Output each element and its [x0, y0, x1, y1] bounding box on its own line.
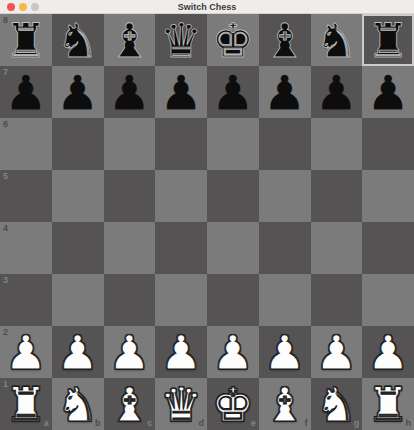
black-pawn[interactable]: ♟ — [5, 67, 47, 119]
square-g5[interactable] — [311, 170, 363, 222]
black-rook[interactable]: ♜ — [367, 15, 409, 67]
square-d8[interactable]: ♛ — [155, 14, 207, 66]
square-f4[interactable] — [259, 222, 311, 274]
square-h3[interactable] — [362, 274, 414, 326]
white-pawn[interactable]: ♟ — [5, 327, 47, 379]
square-e8[interactable]: ♚ — [207, 14, 259, 66]
white-pawn[interactable]: ♟ — [57, 327, 99, 379]
square-g1[interactable]: g♞ — [311, 378, 363, 430]
square-d2[interactable]: ♟ — [155, 326, 207, 378]
square-b5[interactable] — [52, 170, 104, 222]
white-pawn[interactable]: ♟ — [212, 327, 254, 379]
minimize-button[interactable] — [19, 3, 27, 11]
square-f3[interactable] — [259, 274, 311, 326]
square-c6[interactable] — [104, 118, 156, 170]
zoom-button[interactable] — [31, 3, 39, 11]
square-a3[interactable]: 3 — [0, 274, 52, 326]
square-g2[interactable]: ♟ — [311, 326, 363, 378]
black-knight[interactable]: ♞ — [315, 15, 357, 67]
square-c5[interactable] — [104, 170, 156, 222]
square-b6[interactable] — [52, 118, 104, 170]
square-a1[interactable]: 1a♜ — [0, 378, 52, 430]
black-pawn[interactable]: ♟ — [160, 67, 202, 119]
white-bishop[interactable]: ♝ — [108, 379, 150, 430]
square-b1[interactable]: b♞ — [52, 378, 104, 430]
white-bishop[interactable]: ♝ — [264, 379, 306, 430]
square-d4[interactable] — [155, 222, 207, 274]
square-c7[interactable]: ♟ — [104, 66, 156, 118]
title-bar: Switch Chess — [0, 0, 414, 14]
square-g8[interactable]: ♞ — [311, 14, 363, 66]
black-queen[interactable]: ♛ — [160, 15, 202, 67]
white-king[interactable]: ♚ — [212, 379, 254, 430]
square-e5[interactable] — [207, 170, 259, 222]
square-f6[interactable] — [259, 118, 311, 170]
black-rook[interactable]: ♜ — [5, 15, 47, 67]
square-d7[interactable]: ♟ — [155, 66, 207, 118]
square-f2[interactable]: ♟ — [259, 326, 311, 378]
black-pawn[interactable]: ♟ — [108, 67, 150, 119]
square-f1[interactable]: f♝ — [259, 378, 311, 430]
rank-label-6: 6 — [3, 120, 8, 129]
rank-label-3: 3 — [3, 276, 8, 285]
square-e2[interactable]: ♟ — [207, 326, 259, 378]
square-d3[interactable] — [155, 274, 207, 326]
black-pawn[interactable]: ♟ — [57, 67, 99, 119]
chess-board: 8♜♞♝♛♚♝♞♜7♟♟♟♟♟♟♟♟65432♟♟♟♟♟♟♟♟1a♜b♞c♝d♛… — [0, 14, 414, 430]
square-f5[interactable] — [259, 170, 311, 222]
square-e3[interactable] — [207, 274, 259, 326]
white-pawn[interactable]: ♟ — [160, 327, 202, 379]
square-e1[interactable]: e♚ — [207, 378, 259, 430]
square-h8[interactable]: ♜ — [362, 14, 414, 66]
square-a6[interactable]: 6 — [0, 118, 52, 170]
square-b8[interactable]: ♞ — [52, 14, 104, 66]
white-knight[interactable]: ♞ — [57, 379, 99, 430]
square-e7[interactable]: ♟ — [207, 66, 259, 118]
square-b3[interactable] — [52, 274, 104, 326]
square-h6[interactable] — [362, 118, 414, 170]
square-c1[interactable]: c♝ — [104, 378, 156, 430]
rank-label-4: 4 — [3, 224, 8, 233]
black-bishop[interactable]: ♝ — [108, 15, 150, 67]
window-title: Switch Chess — [0, 2, 414, 12]
square-h7[interactable]: ♟ — [362, 66, 414, 118]
rank-label-5: 5 — [3, 172, 8, 181]
black-bishop[interactable]: ♝ — [264, 15, 306, 67]
square-e6[interactable] — [207, 118, 259, 170]
square-d6[interactable] — [155, 118, 207, 170]
square-b7[interactable]: ♟ — [52, 66, 104, 118]
square-h4[interactable] — [362, 222, 414, 274]
white-queen[interactable]: ♛ — [160, 379, 202, 430]
square-e4[interactable] — [207, 222, 259, 274]
square-g3[interactable] — [311, 274, 363, 326]
white-pawn[interactable]: ♟ — [264, 327, 306, 379]
square-h2[interactable]: ♟ — [362, 326, 414, 378]
square-c2[interactable]: ♟ — [104, 326, 156, 378]
white-rook[interactable]: ♜ — [367, 379, 409, 430]
square-h5[interactable] — [362, 170, 414, 222]
square-b2[interactable]: ♟ — [52, 326, 104, 378]
square-c4[interactable] — [104, 222, 156, 274]
square-f7[interactable]: ♟ — [259, 66, 311, 118]
square-h1[interactable]: h♜ — [362, 378, 414, 430]
white-pawn[interactable]: ♟ — [108, 327, 150, 379]
black-pawn[interactable]: ♟ — [212, 67, 254, 119]
black-pawn[interactable]: ♟ — [264, 67, 306, 119]
square-a4[interactable]: 4 — [0, 222, 52, 274]
square-g4[interactable] — [311, 222, 363, 274]
square-c3[interactable] — [104, 274, 156, 326]
white-knight[interactable]: ♞ — [315, 379, 357, 430]
black-pawn[interactable]: ♟ — [367, 67, 409, 119]
white-pawn[interactable]: ♟ — [315, 327, 357, 379]
square-a8[interactable]: 8♜ — [0, 14, 52, 66]
white-pawn[interactable]: ♟ — [367, 327, 409, 379]
white-rook[interactable]: ♜ — [5, 379, 47, 430]
traffic-lights — [7, 3, 39, 11]
black-pawn[interactable]: ♟ — [315, 67, 357, 119]
app-window: Switch Chess 8♜♞♝♛♚♝♞♜7♟♟♟♟♟♟♟♟65432♟♟♟♟… — [0, 0, 414, 430]
square-g7[interactable]: ♟ — [311, 66, 363, 118]
square-a5[interactable]: 5 — [0, 170, 52, 222]
black-knight[interactable]: ♞ — [57, 15, 99, 67]
square-a2[interactable]: 2♟ — [0, 326, 52, 378]
close-button[interactable] — [7, 3, 15, 11]
square-f8[interactable]: ♝ — [259, 14, 311, 66]
square-a7[interactable]: 7♟ — [0, 66, 52, 118]
square-d1[interactable]: d♛ — [155, 378, 207, 430]
square-g6[interactable] — [311, 118, 363, 170]
square-c8[interactable]: ♝ — [104, 14, 156, 66]
black-king[interactable]: ♚ — [212, 15, 254, 67]
square-b4[interactable] — [52, 222, 104, 274]
square-d5[interactable] — [155, 170, 207, 222]
